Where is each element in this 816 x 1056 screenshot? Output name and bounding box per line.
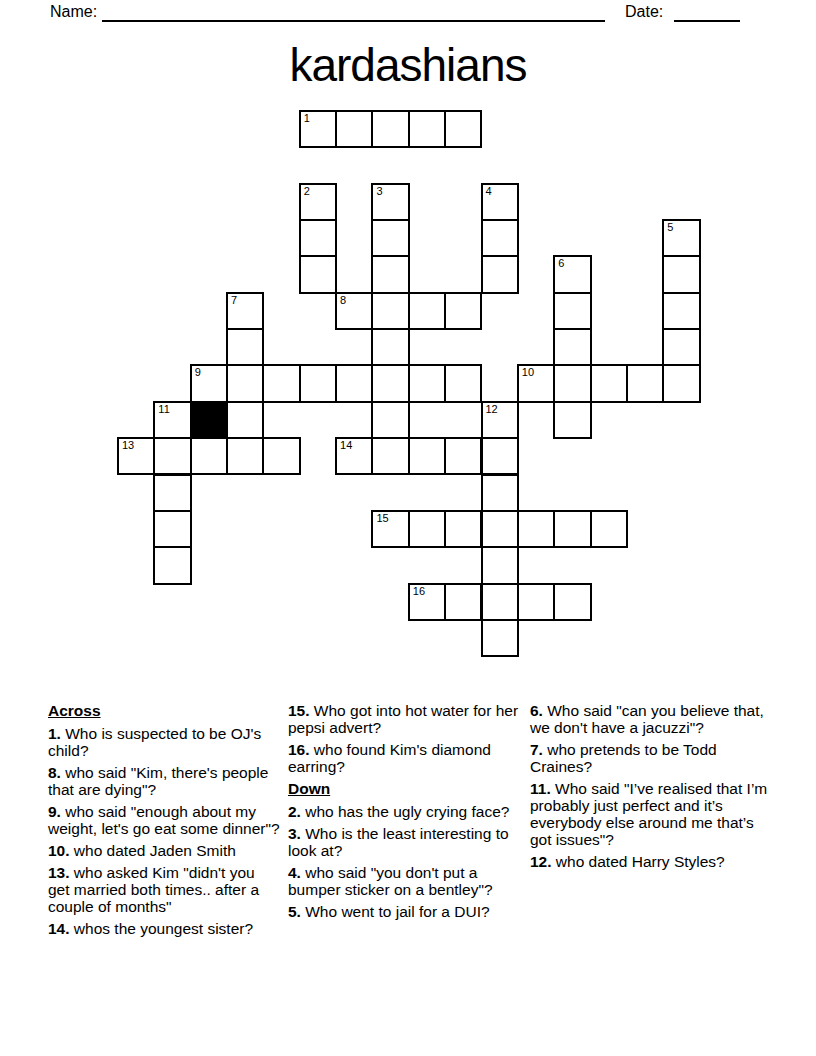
grid-cell[interactable] [481,437,519,475]
grid-cell[interactable] [553,583,591,621]
clues-column-2: 15. Who got into hot water for her pepsi… [288,702,530,942]
grid-cell[interactable] [371,292,409,330]
grid-cell[interactable] [553,364,591,402]
clue-number: 9 [195,367,201,378]
grid-cell[interactable] [226,364,264,402]
grid-cell[interactable] [481,255,519,293]
clue-number: 3 [376,186,382,197]
grid-cell[interactable]: 3 [371,183,409,221]
clue-3: 3. Who is the least interesting to look … [288,825,522,859]
grid-cell[interactable] [226,437,264,475]
clue-11: 11. Who said "I’ve realised that I’m pro… [530,780,776,848]
clue-number: 4 [486,186,492,197]
clue-8: 8. who said "Kim, there's people that ar… [48,764,280,798]
clue-number: 10 [522,367,534,378]
grid-cell[interactable] [371,328,409,366]
crossword-grid: 12345678910111213141516 [117,110,701,658]
clue-number: 8 [340,295,346,306]
grid-cell[interactable] [335,364,373,402]
grid-cell[interactable] [190,437,228,475]
clue-9: 9. who said "enough about my weight, let… [48,803,280,837]
grid-cell[interactable] [226,328,264,366]
grid-cell[interactable] [335,110,373,148]
grid-cell[interactable] [371,401,409,439]
grid-cell[interactable] [408,110,446,148]
clues-column-3: 6. Who said "can you believe that, we do… [530,702,776,942]
grid-cell[interactable] [590,364,628,402]
grid-cell[interactable] [481,583,519,621]
grid-cell[interactable] [371,219,409,257]
clue-number: 15 [376,513,388,524]
grid-cell[interactable] [371,364,409,402]
clue-number: 13 [122,440,134,451]
date-label: Date: [625,3,663,21]
across-header: Across [48,702,280,719]
name-label: Name: [50,3,97,21]
grid-cell[interactable]: 8 [335,292,373,330]
grid-cell[interactable] [481,474,519,512]
grid-cell[interactable]: 14 [335,437,373,475]
grid-cell[interactable]: 13 [117,437,155,475]
clue-1: 1. Who is suspected to be OJ's child? [48,725,280,759]
grid-cell[interactable] [662,328,700,366]
grid-cell[interactable] [371,255,409,293]
clue-14: 14. whos the youngest sister? [48,920,280,937]
grid-cell[interactable] [262,364,300,402]
grid-cell[interactable] [481,619,519,657]
grid-cell[interactable] [590,510,628,548]
grid-cell[interactable] [662,292,700,330]
clue-number: 7 [231,295,237,306]
grid-cell[interactable] [444,110,482,148]
grid-cell[interactable] [408,292,446,330]
grid-cell[interactable]: 2 [299,183,337,221]
clue-number: 6 [558,258,564,269]
clue-5: 5. Who went to jail for a DUI? [288,903,522,920]
grid-cell[interactable]: 9 [190,364,228,402]
grid-cell[interactable] [553,401,591,439]
clue-number: 2 [304,186,310,197]
grid-cell[interactable] [226,401,264,439]
grid-cell[interactable] [408,510,446,548]
clue-number: 12 [486,404,498,415]
grid-cell[interactable] [444,437,482,475]
grid-cell[interactable] [517,583,555,621]
grid-cell[interactable] [153,510,191,548]
grid-cell[interactable] [553,292,591,330]
grid-cell[interactable]: 15 [371,510,409,548]
grid-cell[interactable] [408,437,446,475]
puzzle-title: kardashians [0,38,816,92]
grid-cell[interactable] [371,437,409,475]
clues-column-1: Across1. Who is suspected to be OJ's chi… [48,702,288,942]
clue-number: 11 [158,404,169,415]
grid-cell[interactable] [481,546,519,584]
clue-number: 1 [304,113,310,124]
grid-cell[interactable] [408,364,446,402]
black-cell [190,401,228,439]
grid-cell[interactable] [553,328,591,366]
grid-cell[interactable]: 6 [553,255,591,293]
grid-cell[interactable]: 10 [517,364,555,402]
grid-cell[interactable] [444,292,482,330]
grid-cell[interactable] [299,255,337,293]
clue-2: 2. who has the ugly crying face? [288,803,522,820]
clue-16: 16. who found Kim's diamond earring? [288,741,522,775]
grid-cell[interactable] [299,219,337,257]
grid-cell[interactable] [444,364,482,402]
grid-cell[interactable] [662,255,700,293]
down-header: Down [288,780,522,797]
grid-cell[interactable] [481,219,519,257]
grid-cell[interactable] [262,437,300,475]
clue-number: 14 [340,440,352,451]
grid-cell[interactable]: 12 [481,401,519,439]
name-blank-line [102,4,605,22]
grid-cell[interactable]: 1 [299,110,337,148]
grid-cell[interactable] [626,364,664,402]
grid-cell[interactable]: 16 [408,583,446,621]
date-blank-line [674,4,740,22]
clues-section: Across1. Who is suspected to be OJ's chi… [48,702,776,942]
clue-number: 5 [667,222,673,233]
grid-cell[interactable] [517,510,555,548]
grid-cell[interactable] [481,510,519,548]
clue-4: 4. who said "you don't put a bumper stic… [288,864,522,898]
grid-cell[interactable] [444,510,482,548]
grid-cell[interactable]: 7 [226,292,264,330]
grid-cell[interactable]: 4 [481,183,519,221]
clue-12: 12. who dated Harry Styles? [530,853,776,870]
clue-10: 10. who dated Jaden Smith [48,842,280,859]
grid-cell[interactable] [662,364,700,402]
clue-15: 15. Who got into hot water for her pepsi… [288,702,522,736]
clue-number: 16 [413,586,425,597]
grid-cell[interactable] [153,437,191,475]
grid-cell[interactable] [371,110,409,148]
grid-cell[interactable] [299,364,337,402]
grid-cell[interactable]: 11 [153,401,191,439]
grid-cell[interactable] [153,546,191,584]
grid-cell[interactable] [153,474,191,512]
clue-7: 7. who pretends to be Todd Craines? [530,741,776,775]
clue-6: 6. Who said "can you believe that, we do… [530,702,776,736]
grid-cell[interactable]: 5 [662,219,700,257]
grid-cell[interactable] [553,510,591,548]
grid-cell[interactable] [444,583,482,621]
clue-13: 13. who asked Kim "didn't you get marrie… [48,864,280,915]
